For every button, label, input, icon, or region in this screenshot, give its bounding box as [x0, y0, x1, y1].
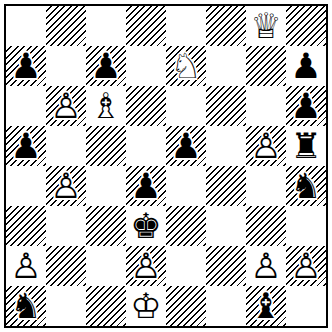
square-d5[interactable] — [126, 126, 166, 166]
square-b2[interactable] — [46, 246, 86, 286]
square-b5[interactable] — [46, 126, 86, 166]
piece-white-pawn: ♟♙ — [46, 86, 86, 126]
square-h2[interactable]: ♟♙ — [286, 246, 326, 286]
piece-white-pawn: ♟♙ — [246, 246, 286, 286]
square-f7[interactable] — [206, 46, 246, 86]
square-a2[interactable]: ♟♙ — [6, 246, 46, 286]
piece-white-king: ♚♔ — [126, 286, 166, 326]
square-g2[interactable]: ♟♙ — [246, 246, 286, 286]
white-king-icon: ♔ — [126, 286, 166, 326]
piece-black-king: ♚♚ — [126, 206, 166, 246]
square-f2[interactable] — [206, 246, 246, 286]
square-g3[interactable] — [246, 206, 286, 246]
white-pawn-icon: ♙ — [246, 126, 286, 166]
white-pawn-icon: ♙ — [246, 246, 286, 286]
square-f8[interactable] — [206, 6, 246, 46]
black-pawn-icon: ♟ — [286, 46, 326, 86]
square-e8[interactable] — [166, 6, 206, 46]
square-e3[interactable] — [166, 206, 206, 246]
square-d2[interactable]: ♟♙ — [126, 246, 166, 286]
square-b8[interactable] — [46, 6, 86, 46]
piece-black-bishop: ♝♝ — [246, 286, 286, 326]
piece-white-queen: ♛♕ — [246, 6, 286, 46]
piece-black-pawn: ♟♟ — [166, 126, 206, 166]
square-b3[interactable] — [46, 206, 86, 246]
square-h7[interactable]: ♟♟ — [286, 46, 326, 86]
black-bishop-icon: ♝ — [246, 286, 286, 326]
square-c4[interactable] — [86, 166, 126, 206]
square-g6[interactable] — [246, 86, 286, 126]
piece-black-pawn: ♟♟ — [6, 126, 46, 166]
square-f5[interactable] — [206, 126, 246, 166]
white-pawn-icon: ♙ — [46, 166, 86, 206]
black-knight-icon: ♞ — [286, 166, 326, 206]
piece-white-bishop: ♝♗ — [86, 86, 126, 126]
square-e4[interactable] — [166, 166, 206, 206]
square-c1[interactable] — [86, 286, 126, 326]
square-g7[interactable] — [246, 46, 286, 86]
square-b1[interactable] — [46, 286, 86, 326]
square-c3[interactable] — [86, 206, 126, 246]
square-g4[interactable] — [246, 166, 286, 206]
square-c6[interactable]: ♝♗ — [86, 86, 126, 126]
chess-diagram: ♛♕♟♟♟♟♞♘♟♟♟♙♝♗♟♟♟♟♟♟♟♙♜♜♟♙♟♟♞♞♚♚♟♙♟♙♟♙♟♙… — [0, 0, 332, 332]
white-knight-icon: ♘ — [166, 46, 206, 86]
square-f6[interactable] — [206, 86, 246, 126]
piece-black-pawn: ♟♟ — [286, 86, 326, 126]
square-h4[interactable]: ♞♞ — [286, 166, 326, 206]
square-b4[interactable]: ♟♙ — [46, 166, 86, 206]
square-d7[interactable] — [126, 46, 166, 86]
white-pawn-icon: ♙ — [126, 246, 166, 286]
square-f3[interactable] — [206, 206, 246, 246]
piece-black-knight: ♞♞ — [6, 286, 46, 326]
square-h1[interactable] — [286, 286, 326, 326]
piece-white-pawn: ♟♙ — [46, 166, 86, 206]
white-pawn-icon: ♙ — [6, 246, 46, 286]
square-b6[interactable]: ♟♙ — [46, 86, 86, 126]
square-a7[interactable]: ♟♟ — [6, 46, 46, 86]
black-pawn-icon: ♟ — [6, 46, 46, 86]
piece-white-pawn: ♟♙ — [6, 246, 46, 286]
piece-black-knight: ♞♞ — [286, 166, 326, 206]
square-h6[interactable]: ♟♟ — [286, 86, 326, 126]
black-pawn-icon: ♟ — [6, 126, 46, 166]
square-b7[interactable] — [46, 46, 86, 86]
square-a1[interactable]: ♞♞ — [6, 286, 46, 326]
piece-black-pawn: ♟♟ — [126, 166, 166, 206]
black-pawn-icon: ♟ — [126, 166, 166, 206]
piece-black-pawn: ♟♟ — [86, 46, 126, 86]
square-d4[interactable]: ♟♟ — [126, 166, 166, 206]
piece-white-knight: ♞♘ — [166, 46, 206, 86]
square-f4[interactable] — [206, 166, 246, 206]
piece-white-pawn: ♟♙ — [126, 246, 166, 286]
square-e6[interactable] — [166, 86, 206, 126]
square-a8[interactable] — [6, 6, 46, 46]
piece-black-pawn: ♟♟ — [6, 46, 46, 86]
square-g5[interactable]: ♟♙ — [246, 126, 286, 166]
black-pawn-icon: ♟ — [166, 126, 206, 166]
square-h3[interactable] — [286, 206, 326, 246]
black-knight-icon: ♞ — [6, 286, 46, 326]
square-a3[interactable] — [6, 206, 46, 246]
square-e5[interactable]: ♟♟ — [166, 126, 206, 166]
square-g1[interactable]: ♝♝ — [246, 286, 286, 326]
square-d8[interactable] — [126, 6, 166, 46]
chess-board: ♛♕♟♟♟♟♞♘♟♟♟♙♝♗♟♟♟♟♟♟♟♙♜♜♟♙♟♟♞♞♚♚♟♙♟♙♟♙♟♙… — [4, 4, 328, 328]
piece-white-pawn: ♟♙ — [286, 246, 326, 286]
square-d3[interactable]: ♚♚ — [126, 206, 166, 246]
white-bishop-icon: ♗ — [86, 86, 126, 126]
square-a6[interactable] — [6, 86, 46, 126]
white-pawn-icon: ♙ — [286, 246, 326, 286]
square-c2[interactable] — [86, 246, 126, 286]
square-c7[interactable]: ♟♟ — [86, 46, 126, 86]
black-rook-icon: ♜ — [286, 126, 326, 166]
square-d1[interactable]: ♚♔ — [126, 286, 166, 326]
square-e2[interactable] — [166, 246, 206, 286]
square-f1[interactable] — [206, 286, 246, 326]
square-c8[interactable] — [86, 6, 126, 46]
square-e1[interactable] — [166, 286, 206, 326]
square-h5[interactable]: ♜♜ — [286, 126, 326, 166]
black-pawn-icon: ♟ — [86, 46, 126, 86]
piece-white-pawn: ♟♙ — [246, 126, 286, 166]
piece-black-pawn: ♟♟ — [286, 46, 326, 86]
square-e7[interactable]: ♞♘ — [166, 46, 206, 86]
square-c5[interactable] — [86, 126, 126, 166]
square-d6[interactable] — [126, 86, 166, 126]
square-a5[interactable]: ♟♟ — [6, 126, 46, 166]
square-a4[interactable] — [6, 166, 46, 206]
white-pawn-icon: ♙ — [46, 86, 86, 126]
white-queen-icon: ♕ — [246, 6, 286, 46]
black-king-icon: ♚ — [126, 206, 166, 246]
piece-black-rook: ♜♜ — [286, 126, 326, 166]
square-h8[interactable] — [286, 6, 326, 46]
black-pawn-icon: ♟ — [286, 86, 326, 126]
square-g8[interactable]: ♛♕ — [246, 6, 286, 46]
